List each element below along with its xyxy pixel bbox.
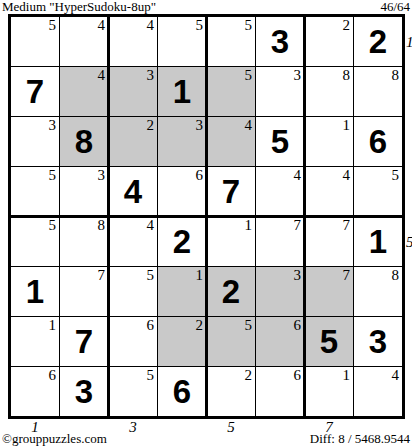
cell-r4c6[interactable]: 4 <box>256 167 304 216</box>
cell-r5c4[interactable]: 2 <box>158 217 206 266</box>
corner-mark: 8 <box>392 268 400 283</box>
cell-r1c2[interactable]: 4 <box>60 17 108 66</box>
cell-r8c7[interactable]: 1 <box>305 367 353 416</box>
cell-r6c5[interactable]: 2 <box>207 267 255 316</box>
cell-r4c7[interactable]: 4 <box>305 167 353 216</box>
cell-r2c3[interactable]: 3 <box>109 67 157 116</box>
corner-mark: 4 <box>147 18 155 33</box>
corner-mark: 5 <box>49 18 57 33</box>
corner-mark: 5 <box>49 168 57 183</box>
given-digit: 4 <box>109 174 157 207</box>
corner-mark: 2 <box>245 368 253 383</box>
corner-mark: 5 <box>245 68 253 83</box>
cell-r6c6[interactable]: 3 <box>256 267 304 316</box>
cell-r4c4[interactable]: 6 <box>158 167 206 216</box>
given-digit: 3 <box>256 24 304 57</box>
cell-r1c8[interactable]: 2 <box>354 17 402 66</box>
corner-mark: 3 <box>294 268 302 283</box>
cell-r4c1[interactable]: 5 <box>11 167 59 216</box>
given-digit: 1 <box>11 274 59 307</box>
given-digit: 2 <box>158 224 206 257</box>
corner-mark: 1 <box>343 118 351 133</box>
corner-mark: 3 <box>294 68 302 83</box>
corner-mark: 6 <box>294 368 302 383</box>
cell-r7c3[interactable]: 6 <box>109 317 157 366</box>
copyright-text: ©grouppuzzles.com <box>2 432 107 446</box>
cell-r5c1[interactable]: 5 <box>11 217 59 266</box>
given-digit: 1 <box>158 74 206 107</box>
cell-r2c5[interactable]: 5 <box>207 67 255 116</box>
corner-mark: 7 <box>343 268 351 283</box>
cell-r7c8[interactable]: 3 <box>354 317 402 366</box>
given-digit: 5 <box>256 124 304 157</box>
corner-mark: 5 <box>245 18 253 33</box>
corner-mark: 4 <box>245 118 253 133</box>
cell-r6c1[interactable]: 1 <box>11 267 59 316</box>
corner-mark: 4 <box>98 68 106 83</box>
cell-r7c7[interactable]: 5 <box>305 317 353 366</box>
cell-r8c3[interactable]: 5 <box>109 367 157 416</box>
cell-r5c8[interactable]: 1 <box>354 217 402 266</box>
corner-mark: 1 <box>196 268 204 283</box>
given-digit: 7 <box>60 324 108 357</box>
cell-r1c7[interactable]: 2 <box>305 17 353 66</box>
corner-mark: 3 <box>49 118 57 133</box>
given-digit: 3 <box>354 324 402 357</box>
cell-r2c8[interactable]: 8 <box>354 67 402 116</box>
cell-r3c7[interactable]: 1 <box>305 117 353 166</box>
cell-r1c3[interactable]: 4 <box>109 17 157 66</box>
corner-mark: 6 <box>294 318 302 333</box>
given-digit: 7 <box>11 74 59 107</box>
cell-r1c5[interactable]: 5 <box>207 17 255 66</box>
cell-r8c2[interactable]: 3 <box>60 367 108 416</box>
box-divider-horizontal-1 <box>8 215 405 218</box>
corner-mark: 4 <box>343 168 351 183</box>
cell-r3c8[interactable]: 6 <box>354 117 402 166</box>
given-digit: 6 <box>354 124 402 157</box>
corner-mark: 4 <box>147 218 155 233</box>
corner-mark: 2 <box>147 118 155 133</box>
corner-mark: 1 <box>343 368 351 383</box>
cell-r5c2[interactable]: 8 <box>60 217 108 266</box>
corner-mark: 6 <box>147 318 155 333</box>
corner-mark: 5 <box>147 368 155 383</box>
cell-r4c3[interactable]: 4 <box>109 167 157 216</box>
corner-mark: 2 <box>343 18 351 33</box>
cell-r2c1[interactable]: 7 <box>11 67 59 116</box>
corner-mark: 5 <box>245 318 253 333</box>
difficulty-text: Diff: 8 / 5468.9544 <box>310 432 410 446</box>
puzzle-title: Medium "HyperSudoku-8up" <box>2 0 156 14</box>
corner-mark: 8 <box>392 68 400 83</box>
sudoku-board: 5445532274315388382345165346744558421771… <box>8 14 405 419</box>
puzzle-page: Medium "HyperSudoku-8up" 46/64 544553227… <box>0 0 412 447</box>
cell-r3c1[interactable]: 3 <box>11 117 59 166</box>
cell-r4c2[interactable]: 3 <box>60 167 108 216</box>
cell-r3c2[interactable]: 8 <box>60 117 108 166</box>
cell-r8c1[interactable]: 6 <box>11 367 59 416</box>
cell-r3c5[interactable]: 4 <box>207 117 255 166</box>
corner-mark: 7 <box>343 218 351 233</box>
corner-mark: 5 <box>49 218 57 233</box>
corner-mark: 3 <box>98 168 106 183</box>
corner-mark: 2 <box>196 318 204 333</box>
corner-mark: 3 <box>147 68 155 83</box>
cell-r6c2[interactable]: 7 <box>60 267 108 316</box>
corner-mark: 8 <box>343 68 351 83</box>
cell-r6c8[interactable]: 8 <box>354 267 402 316</box>
cell-r7c5[interactable]: 5 <box>207 317 255 366</box>
corner-mark: 6 <box>196 168 204 183</box>
cell-r1c4[interactable]: 5 <box>158 17 206 66</box>
cell-r2c2[interactable]: 4 <box>60 67 108 116</box>
cell-r2c7[interactable]: 8 <box>305 67 353 116</box>
cell-r7c4[interactable]: 2 <box>158 317 206 366</box>
cell-r1c6[interactable]: 3 <box>256 17 304 66</box>
row-label-5: 5 <box>406 234 412 249</box>
cell-r7c2[interactable]: 7 <box>60 317 108 366</box>
given-digit: 8 <box>60 124 108 157</box>
cell-r8c5[interactable]: 2 <box>207 367 255 416</box>
cell-r5c7[interactable]: 7 <box>305 217 353 266</box>
cell-r6c7[interactable]: 7 <box>305 267 353 316</box>
given-digit: 7 <box>207 174 255 207</box>
corner-mark: 7 <box>294 218 302 233</box>
cell-r2c4[interactable]: 1 <box>158 67 206 116</box>
corner-mark: 3 <box>196 118 204 133</box>
corner-mark: 8 <box>98 218 106 233</box>
cell-r5c5[interactable]: 1 <box>207 217 255 266</box>
given-digit: 6 <box>158 374 206 407</box>
cell-r8c8[interactable]: 4 <box>354 367 402 416</box>
cell-r6c4[interactable]: 1 <box>158 267 206 316</box>
row-label-1: 1 <box>406 34 412 49</box>
given-digit: 2 <box>354 24 402 57</box>
corner-mark: 5 <box>196 18 204 33</box>
corner-mark: 4 <box>392 368 400 383</box>
cell-r7c6[interactable]: 6 <box>256 317 304 366</box>
corner-mark: 1 <box>245 218 253 233</box>
cell-r3c4[interactable]: 3 <box>158 117 206 166</box>
given-digit: 3 <box>60 374 108 407</box>
cell-r4c5[interactable]: 7 <box>207 167 255 216</box>
corner-mark: 6 <box>49 368 57 383</box>
cell-r7c1[interactable]: 1 <box>11 317 59 366</box>
footer: ©grouppuzzles.com Diff: 8 / 5468.9544 <box>2 432 410 446</box>
cell-r4c8[interactable]: 5 <box>354 167 402 216</box>
corner-mark: 4 <box>98 18 106 33</box>
corner-mark: 5 <box>392 168 400 183</box>
corner-mark: 4 <box>294 168 302 183</box>
corner-mark: 5 <box>147 268 155 283</box>
clue-counter: 46/64 <box>380 0 410 14</box>
cell-r2c6[interactable]: 3 <box>256 67 304 116</box>
corner-mark: 7 <box>98 268 106 283</box>
cell-r1c1[interactable]: 5 <box>11 17 59 66</box>
header: Medium "HyperSudoku-8up" 46/64 <box>2 0 410 14</box>
given-digit: 5 <box>305 324 353 357</box>
given-digit: 1 <box>354 224 402 257</box>
cell-r3c3[interactable]: 2 <box>109 117 157 166</box>
cell-r3c6[interactable]: 5 <box>256 117 304 166</box>
cell-r5c6[interactable]: 7 <box>256 217 304 266</box>
cell-r5c3[interactable]: 4 <box>109 217 157 266</box>
cell-r6c3[interactable]: 5 <box>109 267 157 316</box>
corner-mark: 1 <box>49 318 57 333</box>
cell-r8c6[interactable]: 6 <box>256 367 304 416</box>
given-digit: 2 <box>207 274 255 307</box>
cell-r8c4[interactable]: 6 <box>158 367 206 416</box>
